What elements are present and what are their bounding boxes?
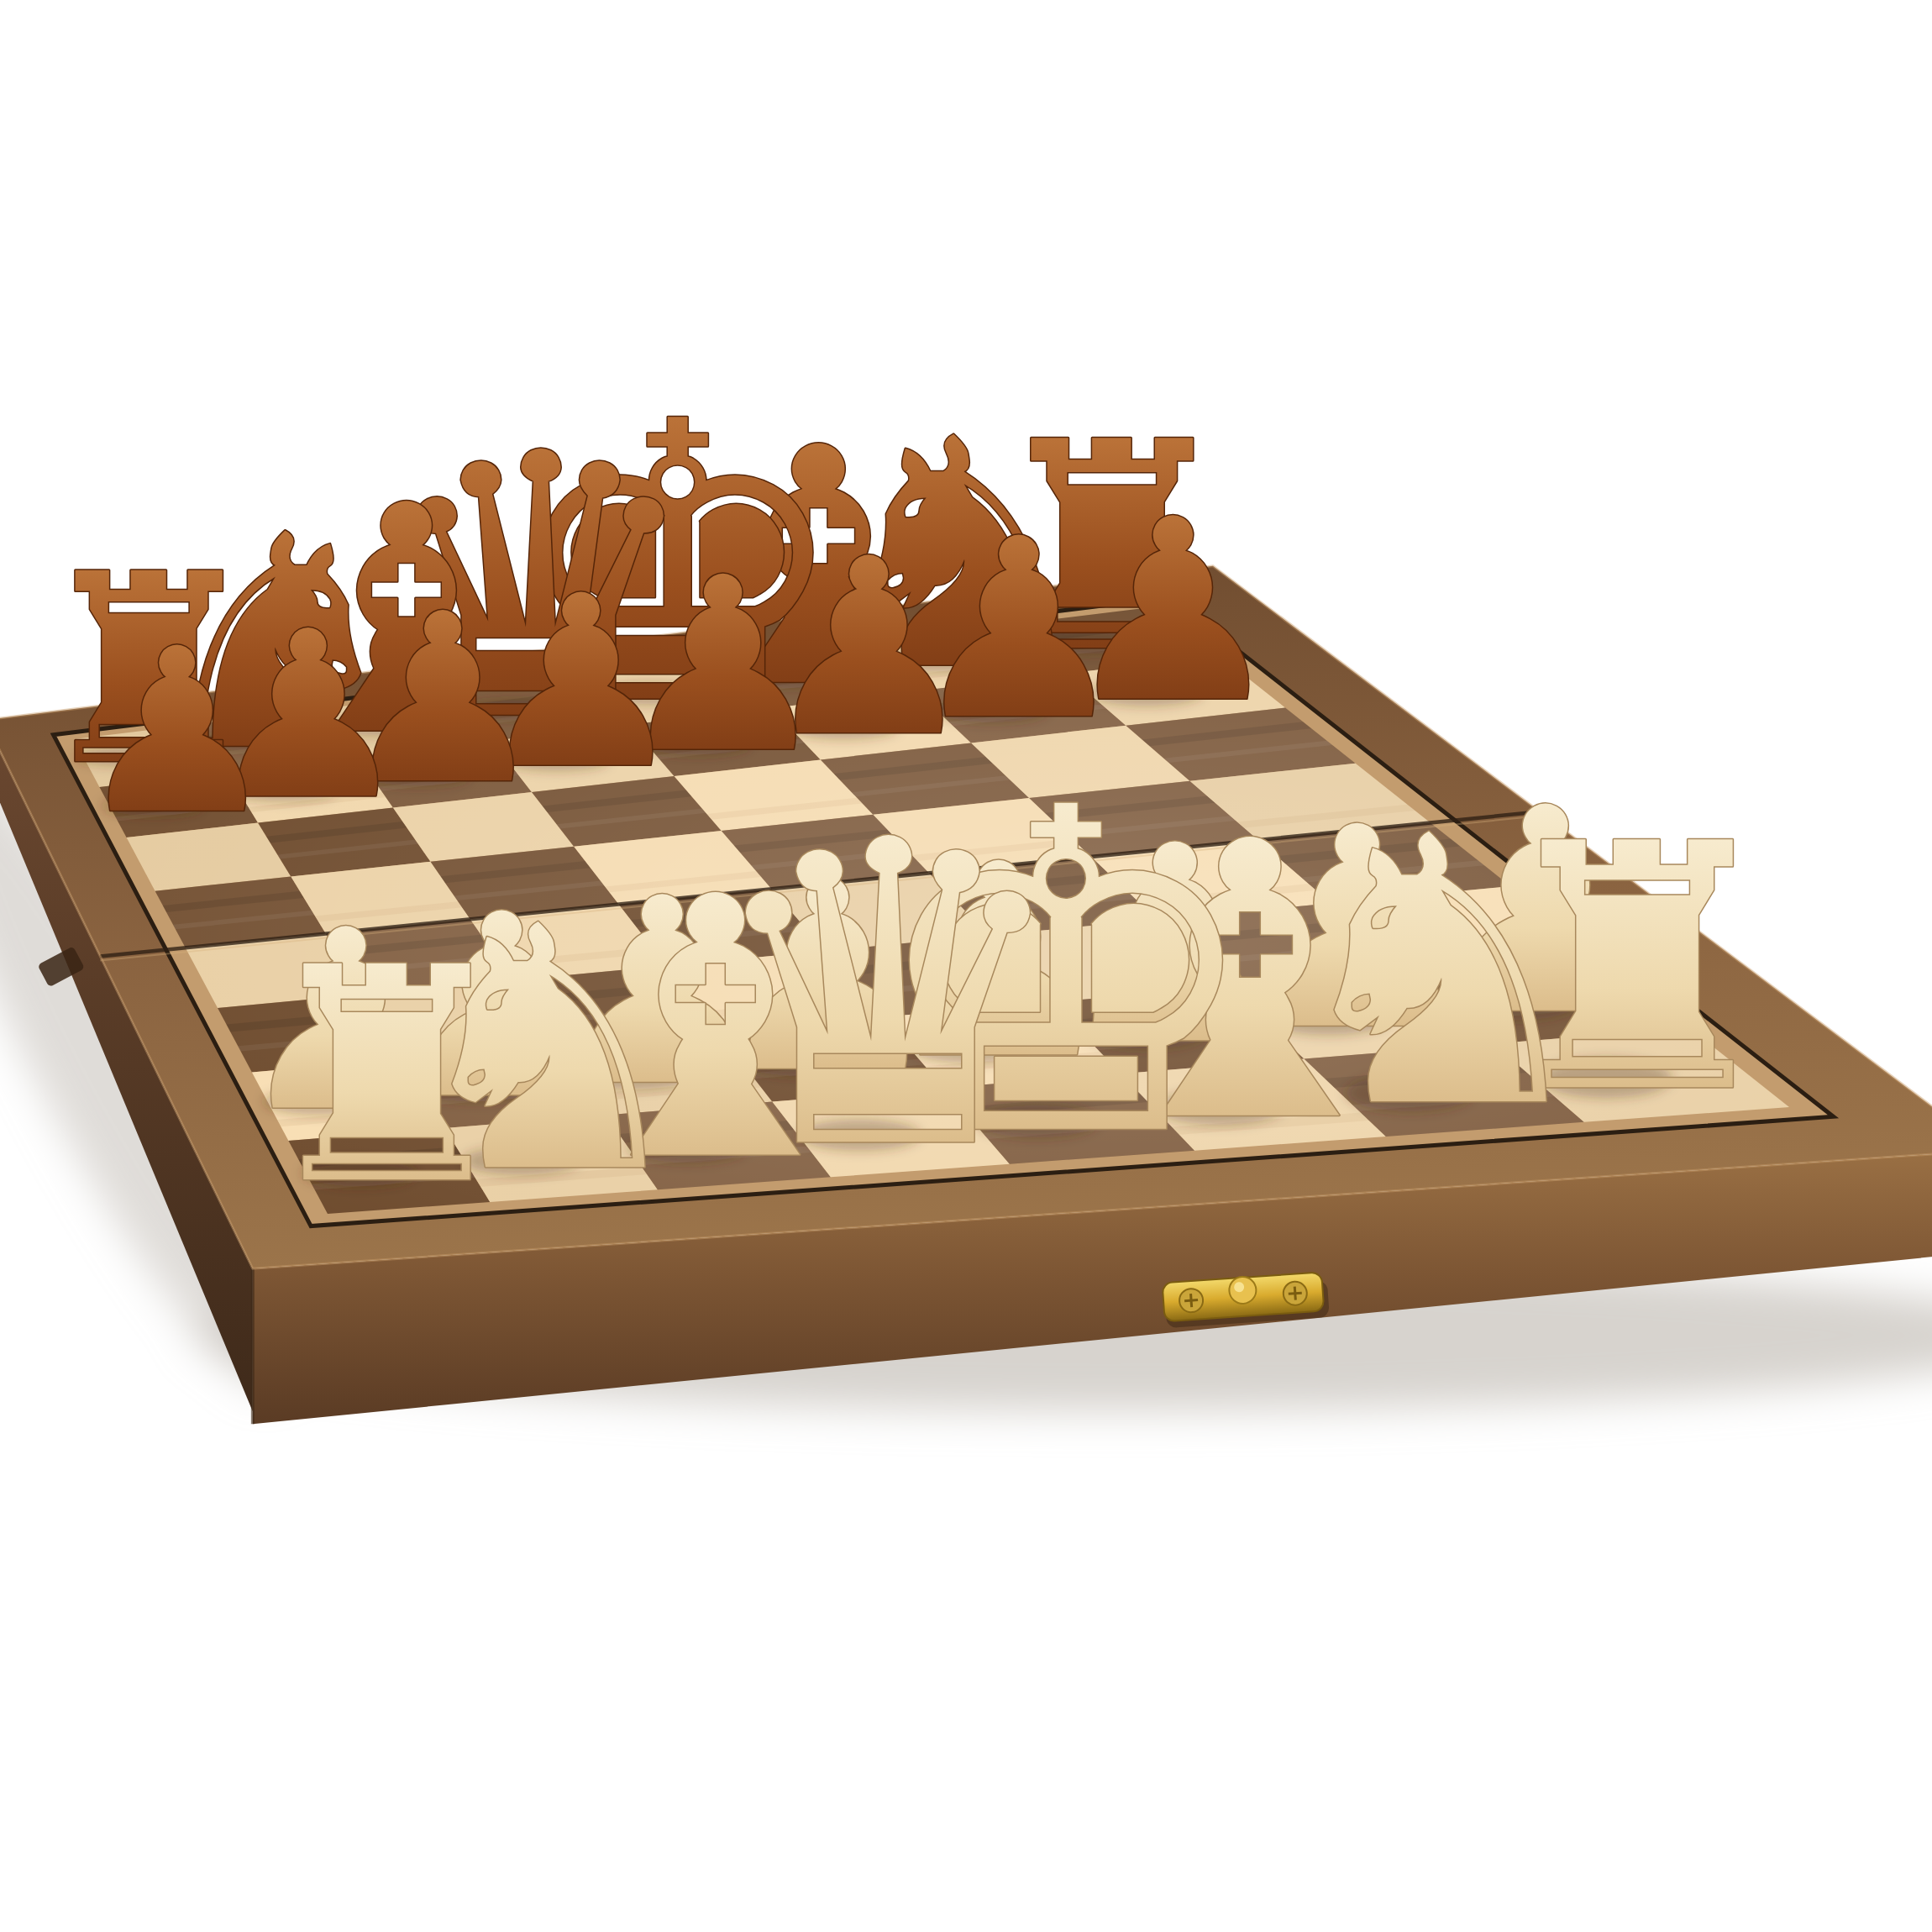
- screw-slot: [1191, 1294, 1192, 1307]
- piece-white-rook-a1: ♜: [255, 905, 520, 1249]
- piece-black-pawn-a7: ♟: [76, 600, 279, 864]
- screw-slot: [1294, 1287, 1295, 1300]
- board-scene-svg: ♜♞♝♟♚♛♟♝♟♞♟♜♟♟♟♟♟♟♟♟♟♟♜♟♞♟♝♚♛♝♞♜: [0, 0, 1932, 1932]
- product-photo-chess-set: ♜♞♝♟♚♛♟♝♟♞♟♜♟♟♟♟♟♟♟♟♟♟♜♟♞♟♝♚♛♝♞♜: [0, 0, 1932, 1932]
- pieces: ♜♞♝♟♚♛♟♝♟♞♟♜♟♟♟♟♟♟♟♟♟♟♜♟♞♟♝♚♛♝♞♜: [32, 340, 1789, 1248]
